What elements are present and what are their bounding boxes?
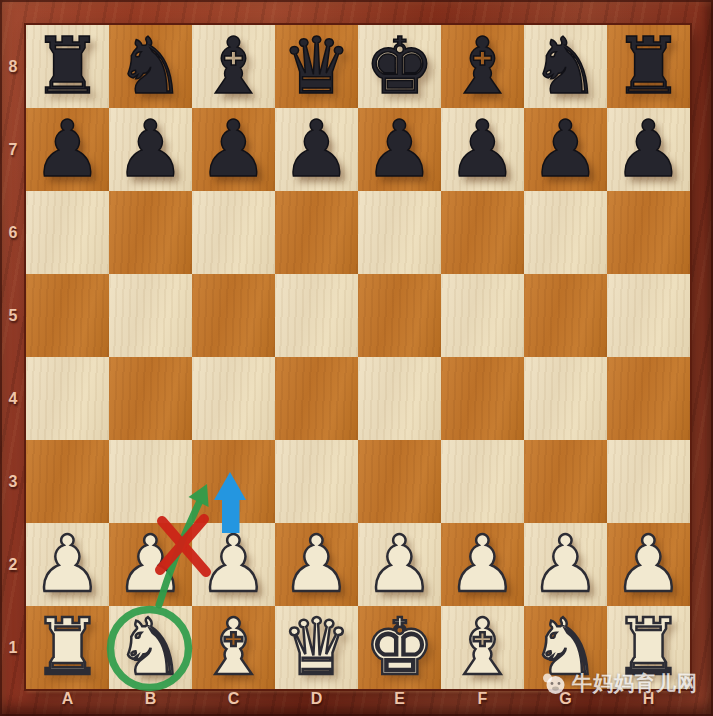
rank-label-5: 5	[0, 274, 26, 357]
piece-bp-d7: ♟	[282, 110, 352, 188]
file-label-e: E	[358, 688, 441, 710]
square-f3[interactable]	[441, 440, 524, 523]
square-h8[interactable]: ♜	[607, 25, 690, 108]
square-c7[interactable]: ♟	[192, 108, 275, 191]
square-g3[interactable]	[524, 440, 607, 523]
square-h7[interactable]: ♟	[607, 108, 690, 191]
file-label-c: C	[192, 688, 275, 710]
square-a7[interactable]: ♟	[26, 108, 109, 191]
square-e4[interactable]	[358, 357, 441, 440]
square-b6[interactable]	[109, 191, 192, 274]
square-c1[interactable]: ♝	[192, 606, 275, 689]
piece-wr-a1: ♜	[33, 608, 103, 686]
square-d2[interactable]: ♟	[275, 523, 358, 606]
square-f5[interactable]	[441, 274, 524, 357]
file-label-b: B	[109, 688, 192, 710]
piece-wb-f1: ♝	[448, 608, 518, 686]
piece-bb-c8: ♝	[199, 27, 269, 105]
square-f4[interactable]	[441, 357, 524, 440]
square-g4[interactable]	[524, 357, 607, 440]
piece-wp-a2: ♟	[33, 525, 103, 603]
board: ♜♞♝♛♚♝♞♜♟♟♟♟♟♟♟♟♟♟♟♟♟♟♟♟♜♞♝♛♚♝♞♜	[26, 25, 690, 689]
square-a2[interactable]: ♟	[26, 523, 109, 606]
square-c4[interactable]	[192, 357, 275, 440]
square-c5[interactable]	[192, 274, 275, 357]
rank-label-3: 3	[0, 440, 26, 523]
rank-label-7: 7	[0, 108, 26, 191]
piece-wb-c1: ♝	[199, 608, 269, 686]
file-label-a: A	[26, 688, 109, 710]
square-d7[interactable]: ♟	[275, 108, 358, 191]
square-e3[interactable]	[358, 440, 441, 523]
rank-labels: 87654321	[0, 25, 26, 689]
square-b5[interactable]	[109, 274, 192, 357]
square-e8[interactable]: ♚	[358, 25, 441, 108]
watermark: 牛妈妈育儿网	[541, 670, 698, 697]
square-a4[interactable]	[26, 357, 109, 440]
piece-wp-h2: ♟	[614, 525, 684, 603]
square-f2[interactable]: ♟	[441, 523, 524, 606]
piece-bp-b7: ♟	[116, 110, 186, 188]
square-a1[interactable]: ♜	[26, 606, 109, 689]
piece-wp-b2: ♟	[116, 525, 186, 603]
square-a5[interactable]	[26, 274, 109, 357]
square-b7[interactable]: ♟	[109, 108, 192, 191]
file-label-f: F	[441, 688, 524, 710]
piece-bb-f8: ♝	[448, 27, 518, 105]
square-b4[interactable]	[109, 357, 192, 440]
piece-bk-e8: ♚	[365, 27, 435, 105]
square-g5[interactable]	[524, 274, 607, 357]
square-c2[interactable]: ♟	[192, 523, 275, 606]
mascot-logo-icon	[541, 671, 567, 697]
watermark-text: 牛妈妈育儿网	[572, 670, 698, 697]
square-b8[interactable]: ♞	[109, 25, 192, 108]
square-b1[interactable]: ♞	[109, 606, 192, 689]
piece-br-a8: ♜	[33, 27, 103, 105]
square-g2[interactable]: ♟	[524, 523, 607, 606]
piece-wp-e2: ♟	[365, 525, 435, 603]
square-f1[interactable]: ♝	[441, 606, 524, 689]
piece-wk-e1: ♚	[365, 608, 435, 686]
square-b2[interactable]: ♟	[109, 523, 192, 606]
rank-label-6: 6	[0, 191, 26, 274]
square-e1[interactable]: ♚	[358, 606, 441, 689]
square-g6[interactable]	[524, 191, 607, 274]
piece-wp-f2: ♟	[448, 525, 518, 603]
file-label-d: D	[275, 688, 358, 710]
square-c3[interactable]	[192, 440, 275, 523]
piece-wp-d2: ♟	[282, 525, 352, 603]
piece-wq-d1: ♛	[282, 608, 352, 686]
piece-bp-c7: ♟	[199, 110, 269, 188]
rank-label-1: 1	[0, 606, 26, 689]
square-g8[interactable]: ♞	[524, 25, 607, 108]
square-f6[interactable]	[441, 191, 524, 274]
rank-label-4: 4	[0, 357, 26, 440]
piece-bp-h7: ♟	[614, 110, 684, 188]
square-d5[interactable]	[275, 274, 358, 357]
piece-wp-g2: ♟	[531, 525, 601, 603]
square-e6[interactable]	[358, 191, 441, 274]
piece-bp-f7: ♟	[448, 110, 518, 188]
piece-wn-b1: ♞	[116, 608, 186, 686]
square-d8[interactable]: ♛	[275, 25, 358, 108]
square-e2[interactable]: ♟	[358, 523, 441, 606]
piece-br-h8: ♜	[614, 27, 684, 105]
square-c8[interactable]: ♝	[192, 25, 275, 108]
square-d3[interactable]	[275, 440, 358, 523]
square-a6[interactable]	[26, 191, 109, 274]
piece-bq-d8: ♛	[282, 27, 352, 105]
square-h2[interactable]: ♟	[607, 523, 690, 606]
square-d1[interactable]: ♛	[275, 606, 358, 689]
piece-bp-g7: ♟	[531, 110, 601, 188]
square-a8[interactable]: ♜	[26, 25, 109, 108]
square-e7[interactable]: ♟	[358, 108, 441, 191]
square-h4[interactable]	[607, 357, 690, 440]
square-h6[interactable]	[607, 191, 690, 274]
rank-label-8: 8	[0, 25, 26, 108]
square-h5[interactable]	[607, 274, 690, 357]
square-a3[interactable]	[26, 440, 109, 523]
square-b3[interactable]	[109, 440, 192, 523]
piece-wp-c2: ♟	[199, 525, 269, 603]
piece-bn-g8: ♞	[531, 27, 601, 105]
square-g7[interactable]: ♟	[524, 108, 607, 191]
piece-bp-a7: ♟	[33, 110, 103, 188]
square-d4[interactable]	[275, 357, 358, 440]
square-e5[interactable]	[358, 274, 441, 357]
square-c6[interactable]	[192, 191, 275, 274]
square-f7[interactable]: ♟	[441, 108, 524, 191]
rank-label-2: 2	[0, 523, 26, 606]
square-f8[interactable]: ♝	[441, 25, 524, 108]
piece-bn-b8: ♞	[116, 27, 186, 105]
square-h3[interactable]	[607, 440, 690, 523]
square-d6[interactable]	[275, 191, 358, 274]
piece-bp-e7: ♟	[365, 110, 435, 188]
